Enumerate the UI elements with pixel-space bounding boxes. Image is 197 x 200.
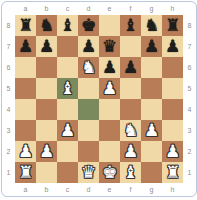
square-h7[interactable]: ♟ (162, 36, 183, 57)
square-g2[interactable] (141, 141, 162, 162)
square-c6[interactable] (57, 57, 78, 78)
square-b4[interactable] (36, 99, 57, 120)
square-h8[interactable]: ♜ (162, 15, 183, 36)
square-g6[interactable] (141, 57, 162, 78)
file-label: b (36, 2, 57, 15)
square-a7[interactable]: ♟ (15, 36, 36, 57)
rank-label: 4 (183, 99, 196, 120)
file-label: a (15, 2, 36, 15)
board-layout: abcdefgh 87654321 ♜♞♝♚♝♞♜♟♟♟♛♟♟♞♟♟♝♟♟♞♟♟… (2, 2, 196, 196)
square-c8[interactable]: ♝ (57, 15, 78, 36)
square-e1[interactable]: ♚ (99, 162, 120, 183)
file-label: g (141, 2, 162, 15)
square-c1[interactable] (57, 162, 78, 183)
square-f7[interactable] (120, 36, 141, 57)
piece-black-pawn: ♟ (123, 57, 138, 78)
file-label: f (120, 183, 141, 196)
square-b7[interactable]: ♟ (36, 36, 57, 57)
file-labels-bottom: abcdefgh (15, 183, 183, 196)
square-b6[interactable] (36, 57, 57, 78)
file-label: b (36, 183, 57, 196)
square-f4[interactable] (120, 99, 141, 120)
rank-label: 3 (183, 120, 196, 141)
piece-white-pawn: ♟ (60, 120, 75, 141)
square-b5[interactable] (36, 78, 57, 99)
piece-black-bishop: ♝ (60, 15, 75, 36)
piece-black-pawn: ♟ (39, 36, 54, 57)
square-a3[interactable] (15, 120, 36, 141)
rank-label: 5 (183, 78, 196, 99)
square-c4[interactable] (57, 99, 78, 120)
square-e2[interactable] (99, 141, 120, 162)
piece-black-queen: ♛ (102, 36, 117, 57)
piece-white-knight: ♞ (81, 57, 96, 78)
file-labels-top: abcdefgh (15, 2, 183, 15)
rank-label: 2 (183, 141, 196, 162)
square-c2[interactable] (57, 141, 78, 162)
square-d8[interactable]: ♚ (78, 15, 99, 36)
piece-white-queen: ♛ (81, 162, 96, 183)
file-label: d (78, 183, 99, 196)
piece-white-pawn: ♟ (123, 141, 138, 162)
rank-labels-right: 87654321 (183, 15, 196, 183)
square-d3[interactable] (78, 120, 99, 141)
file-label: h (162, 183, 183, 196)
square-b2[interactable]: ♟ (36, 141, 57, 162)
square-f6[interactable]: ♟ (120, 57, 141, 78)
square-b3[interactable] (36, 120, 57, 141)
square-f8[interactable]: ♝ (120, 15, 141, 36)
file-label: e (99, 2, 120, 15)
square-d5[interactable] (78, 78, 99, 99)
square-f5[interactable] (120, 78, 141, 99)
piece-white-king: ♚ (102, 162, 117, 183)
chess-board-widget: abcdefgh 87654321 ♜♞♝♚♝♞♜♟♟♟♛♟♟♞♟♟♝♟♟♞♟♟… (1, 1, 197, 197)
square-f2[interactable]: ♟ (120, 141, 141, 162)
square-e4[interactable] (99, 99, 120, 120)
piece-black-rook: ♜ (165, 15, 180, 36)
square-a5[interactable] (15, 78, 36, 99)
square-e7[interactable]: ♛ (99, 36, 120, 57)
square-g5[interactable] (141, 78, 162, 99)
square-g8[interactable]: ♞ (141, 15, 162, 36)
rank-label: 2 (2, 141, 15, 162)
square-h3[interactable] (162, 120, 183, 141)
square-e3[interactable] (99, 120, 120, 141)
square-d1[interactable]: ♛ (78, 162, 99, 183)
piece-black-knight: ♞ (39, 15, 54, 36)
square-c7[interactable] (57, 36, 78, 57)
square-e5[interactable]: ♟ (99, 78, 120, 99)
square-a1[interactable]: ♜ (15, 162, 36, 183)
square-g7[interactable]: ♟ (141, 36, 162, 57)
square-h1[interactable]: ♜ (162, 162, 183, 183)
square-a4[interactable] (15, 99, 36, 120)
file-label: f (120, 2, 141, 15)
piece-white-pawn: ♟ (165, 141, 180, 162)
piece-black-pawn: ♟ (144, 36, 159, 57)
piece-white-pawn: ♟ (39, 141, 54, 162)
piece-white-knight: ♞ (123, 120, 138, 141)
piece-black-pawn: ♟ (18, 36, 33, 57)
rank-label: 5 (2, 78, 15, 99)
chess-board: ♜♞♝♚♝♞♜♟♟♟♛♟♟♞♟♟♝♟♟♞♟♟♟♟♟♜♛♚♝♜ (15, 15, 183, 183)
square-d2[interactable] (78, 141, 99, 162)
piece-black-king: ♚ (81, 15, 96, 36)
piece-white-pawn: ♟ (18, 141, 33, 162)
square-b8[interactable]: ♞ (36, 15, 57, 36)
rank-label: 6 (2, 57, 15, 78)
square-c5[interactable]: ♝ (57, 78, 78, 99)
rank-label: 4 (2, 99, 15, 120)
square-b1[interactable] (36, 162, 57, 183)
square-g3[interactable]: ♟ (141, 120, 162, 141)
square-h5[interactable] (162, 78, 183, 99)
square-f1[interactable]: ♝ (120, 162, 141, 183)
piece-white-bishop: ♝ (123, 162, 138, 183)
piece-white-bishop: ♝ (60, 78, 75, 99)
rank-label: 1 (2, 162, 15, 183)
piece-white-rook: ♜ (165, 162, 180, 183)
file-label: g (141, 183, 162, 196)
square-d4[interactable] (78, 99, 99, 120)
square-h2[interactable]: ♟ (162, 141, 183, 162)
piece-white-rook: ♜ (18, 162, 33, 183)
rank-label: 7 (183, 36, 196, 57)
square-g4[interactable] (141, 99, 162, 120)
square-a6[interactable] (15, 57, 36, 78)
file-label: h (162, 2, 183, 15)
square-f3[interactable]: ♞ (120, 120, 141, 141)
rank-label: 1 (183, 162, 196, 183)
square-d6[interactable]: ♞ (78, 57, 99, 78)
rank-label: 3 (2, 120, 15, 141)
square-h6[interactable] (162, 57, 183, 78)
piece-white-pawn: ♟ (144, 120, 159, 141)
file-label: d (78, 2, 99, 15)
square-d7[interactable]: ♟ (78, 36, 99, 57)
file-label: e (99, 183, 120, 196)
square-c3[interactable]: ♟ (57, 120, 78, 141)
square-a2[interactable]: ♟ (15, 141, 36, 162)
square-e8[interactable] (99, 15, 120, 36)
rank-label: 8 (2, 15, 15, 36)
piece-black-pawn: ♟ (81, 36, 96, 57)
piece-black-knight: ♞ (144, 15, 159, 36)
piece-black-pawn: ♟ (165, 36, 180, 57)
square-e6[interactable]: ♟ (99, 57, 120, 78)
piece-white-pawn: ♟ (102, 78, 117, 99)
file-label: a (15, 183, 36, 196)
file-label: c (57, 183, 78, 196)
rank-label: 8 (183, 15, 196, 36)
rank-label: 6 (183, 57, 196, 78)
piece-black-bishop: ♝ (123, 15, 138, 36)
file-label: c (57, 2, 78, 15)
square-g1[interactable] (141, 162, 162, 183)
square-h4[interactable] (162, 99, 183, 120)
piece-black-rook: ♜ (18, 15, 33, 36)
rank-label: 7 (2, 36, 15, 57)
piece-black-pawn: ♟ (102, 57, 117, 78)
square-a8[interactable]: ♜ (15, 15, 36, 36)
rank-labels-left: 87654321 (2, 15, 15, 183)
